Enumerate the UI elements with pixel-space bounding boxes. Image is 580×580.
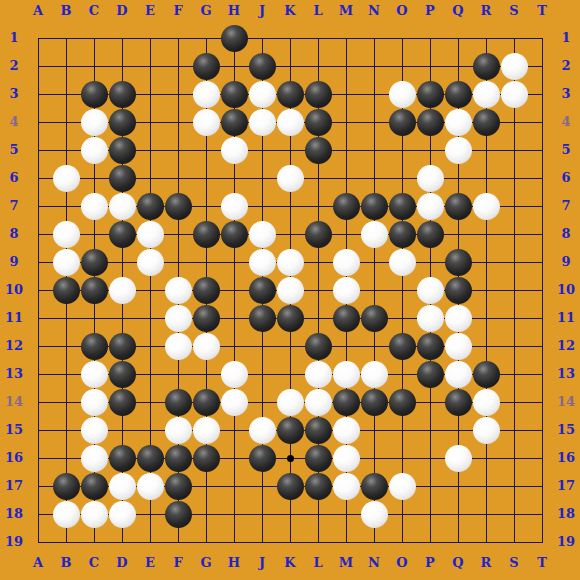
intersection[interactable] [472, 276, 500, 304]
intersection[interactable] [472, 472, 500, 500]
intersection[interactable] [164, 136, 192, 164]
intersection[interactable] [52, 332, 80, 360]
intersection[interactable] [444, 80, 472, 108]
intersection[interactable] [304, 192, 332, 220]
intersection[interactable] [136, 360, 164, 388]
intersection[interactable] [332, 52, 360, 80]
intersection[interactable] [388, 80, 416, 108]
intersection[interactable] [500, 164, 528, 192]
intersection[interactable] [24, 136, 52, 164]
intersection[interactable] [220, 248, 248, 276]
intersection[interactable] [192, 360, 220, 388]
intersection[interactable] [500, 416, 528, 444]
intersection[interactable] [192, 276, 220, 304]
intersection[interactable] [444, 220, 472, 248]
intersection[interactable] [388, 24, 416, 52]
intersection[interactable] [444, 52, 472, 80]
intersection[interactable] [80, 276, 108, 304]
intersection[interactable] [388, 528, 416, 556]
intersection[interactable] [444, 164, 472, 192]
intersection[interactable] [108, 388, 136, 416]
intersection[interactable] [388, 472, 416, 500]
intersection[interactable] [24, 388, 52, 416]
intersection[interactable] [248, 416, 276, 444]
intersection[interactable] [360, 220, 388, 248]
intersection[interactable] [500, 136, 528, 164]
intersection[interactable] [220, 360, 248, 388]
intersection[interactable] [108, 304, 136, 332]
intersection[interactable] [332, 416, 360, 444]
intersection[interactable] [276, 304, 304, 332]
intersection[interactable] [416, 416, 444, 444]
intersection[interactable] [276, 332, 304, 360]
intersection[interactable] [24, 248, 52, 276]
intersection[interactable] [80, 220, 108, 248]
intersection[interactable] [192, 220, 220, 248]
intersection[interactable] [528, 192, 556, 220]
intersection[interactable] [220, 528, 248, 556]
intersection[interactable] [24, 444, 52, 472]
intersection[interactable] [80, 248, 108, 276]
intersection[interactable] [388, 136, 416, 164]
intersection[interactable] [220, 52, 248, 80]
intersection[interactable] [164, 444, 192, 472]
intersection[interactable] [500, 332, 528, 360]
intersection[interactable] [360, 444, 388, 472]
intersection[interactable] [80, 444, 108, 472]
intersection[interactable] [248, 24, 276, 52]
intersection[interactable] [164, 52, 192, 80]
intersection[interactable] [136, 220, 164, 248]
intersection[interactable] [276, 80, 304, 108]
intersection[interactable] [136, 52, 164, 80]
intersection[interactable] [388, 332, 416, 360]
intersection[interactable] [80, 52, 108, 80]
intersection[interactable] [136, 416, 164, 444]
intersection[interactable] [360, 332, 388, 360]
intersection[interactable] [444, 276, 472, 304]
intersection[interactable] [500, 500, 528, 528]
intersection[interactable] [500, 388, 528, 416]
intersection[interactable] [304, 444, 332, 472]
intersection[interactable] [528, 80, 556, 108]
intersection[interactable] [444, 248, 472, 276]
intersection[interactable] [220, 24, 248, 52]
intersection[interactable] [24, 360, 52, 388]
intersection[interactable] [248, 444, 276, 472]
intersection[interactable] [80, 24, 108, 52]
intersection[interactable] [360, 304, 388, 332]
intersection[interactable] [360, 276, 388, 304]
intersection[interactable] [388, 248, 416, 276]
intersection[interactable] [332, 276, 360, 304]
intersection[interactable] [528, 472, 556, 500]
intersection[interactable] [24, 332, 52, 360]
intersection[interactable] [332, 108, 360, 136]
intersection[interactable] [528, 528, 556, 556]
intersection[interactable] [500, 24, 528, 52]
intersection[interactable] [444, 108, 472, 136]
intersection[interactable] [136, 164, 164, 192]
intersection[interactable] [136, 332, 164, 360]
intersection[interactable] [192, 332, 220, 360]
intersection[interactable] [304, 304, 332, 332]
intersection[interactable] [248, 192, 276, 220]
intersection[interactable] [528, 164, 556, 192]
intersection[interactable] [136, 472, 164, 500]
intersection[interactable] [52, 444, 80, 472]
intersection[interactable] [360, 416, 388, 444]
intersection[interactable] [500, 276, 528, 304]
intersection[interactable] [192, 528, 220, 556]
intersection[interactable] [248, 332, 276, 360]
intersection[interactable] [304, 528, 332, 556]
intersection[interactable] [164, 388, 192, 416]
intersection[interactable] [52, 248, 80, 276]
intersection[interactable] [52, 164, 80, 192]
intersection[interactable] [332, 472, 360, 500]
intersection[interactable] [80, 136, 108, 164]
intersection[interactable] [220, 220, 248, 248]
intersection[interactable] [360, 472, 388, 500]
intersection[interactable] [416, 52, 444, 80]
intersection[interactable] [472, 528, 500, 556]
intersection[interactable] [108, 220, 136, 248]
intersection[interactable] [24, 52, 52, 80]
intersection[interactable] [164, 80, 192, 108]
intersection[interactable] [500, 472, 528, 500]
intersection[interactable] [52, 276, 80, 304]
intersection[interactable] [528, 136, 556, 164]
intersection[interactable] [220, 444, 248, 472]
intersection[interactable] [332, 24, 360, 52]
intersection[interactable] [164, 416, 192, 444]
intersection[interactable] [52, 108, 80, 136]
intersection[interactable] [500, 304, 528, 332]
intersection[interactable] [136, 500, 164, 528]
intersection[interactable] [444, 416, 472, 444]
intersection[interactable] [276, 164, 304, 192]
intersection[interactable] [472, 136, 500, 164]
intersection[interactable] [52, 388, 80, 416]
intersection[interactable] [276, 388, 304, 416]
intersection[interactable] [276, 108, 304, 136]
intersection[interactable] [472, 416, 500, 444]
intersection[interactable] [472, 500, 500, 528]
intersection[interactable] [24, 108, 52, 136]
intersection[interactable] [332, 444, 360, 472]
intersection[interactable] [52, 192, 80, 220]
intersection[interactable] [276, 248, 304, 276]
intersection[interactable] [360, 388, 388, 416]
intersection[interactable] [276, 24, 304, 52]
intersection[interactable] [444, 192, 472, 220]
intersection[interactable] [248, 80, 276, 108]
intersection[interactable] [388, 388, 416, 416]
intersection[interactable] [192, 304, 220, 332]
intersection[interactable] [500, 108, 528, 136]
intersection[interactable] [52, 136, 80, 164]
intersection[interactable] [220, 472, 248, 500]
intersection[interactable] [24, 220, 52, 248]
intersection[interactable] [332, 164, 360, 192]
intersection[interactable] [472, 248, 500, 276]
intersection[interactable] [304, 416, 332, 444]
intersection[interactable] [360, 24, 388, 52]
intersection[interactable] [108, 108, 136, 136]
intersection[interactable] [528, 248, 556, 276]
intersection[interactable] [220, 416, 248, 444]
intersection[interactable] [416, 332, 444, 360]
intersection[interactable] [360, 164, 388, 192]
intersection[interactable] [444, 472, 472, 500]
intersection[interactable] [528, 360, 556, 388]
intersection[interactable] [444, 332, 472, 360]
intersection[interactable] [108, 164, 136, 192]
intersection[interactable] [360, 248, 388, 276]
intersection[interactable] [304, 80, 332, 108]
intersection[interactable] [164, 192, 192, 220]
intersection[interactable] [192, 108, 220, 136]
intersection[interactable] [472, 388, 500, 416]
intersection[interactable] [276, 416, 304, 444]
intersection[interactable] [164, 108, 192, 136]
intersection[interactable] [220, 80, 248, 108]
intersection[interactable] [192, 80, 220, 108]
intersection[interactable] [192, 164, 220, 192]
intersection[interactable] [444, 500, 472, 528]
intersection[interactable] [164, 24, 192, 52]
intersection[interactable] [472, 164, 500, 192]
intersection[interactable] [164, 500, 192, 528]
intersection[interactable] [108, 80, 136, 108]
intersection[interactable] [80, 108, 108, 136]
intersection[interactable] [416, 220, 444, 248]
intersection[interactable] [304, 52, 332, 80]
intersection[interactable] [192, 136, 220, 164]
intersection[interactable] [220, 108, 248, 136]
intersection[interactable] [164, 332, 192, 360]
intersection[interactable] [528, 388, 556, 416]
intersection[interactable] [332, 136, 360, 164]
intersection[interactable] [220, 192, 248, 220]
intersection[interactable] [500, 248, 528, 276]
intersection[interactable] [24, 276, 52, 304]
intersection[interactable] [136, 24, 164, 52]
intersection[interactable] [220, 332, 248, 360]
intersection[interactable] [500, 360, 528, 388]
intersection[interactable] [416, 360, 444, 388]
intersection[interactable] [108, 192, 136, 220]
intersection[interactable] [388, 416, 416, 444]
intersection[interactable] [388, 304, 416, 332]
intersection[interactable] [472, 80, 500, 108]
intersection[interactable] [304, 388, 332, 416]
intersection[interactable] [136, 136, 164, 164]
intersection[interactable] [24, 24, 52, 52]
intersection[interactable] [220, 500, 248, 528]
intersection[interactable] [192, 388, 220, 416]
intersection[interactable] [108, 24, 136, 52]
intersection[interactable] [136, 304, 164, 332]
intersection[interactable] [164, 528, 192, 556]
intersection[interactable] [80, 528, 108, 556]
intersection[interactable] [24, 192, 52, 220]
intersection[interactable] [248, 388, 276, 416]
intersection[interactable] [444, 388, 472, 416]
intersection[interactable] [360, 80, 388, 108]
intersection[interactable] [528, 444, 556, 472]
intersection[interactable] [108, 276, 136, 304]
intersection[interactable] [220, 164, 248, 192]
intersection[interactable] [136, 528, 164, 556]
intersection[interactable] [248, 108, 276, 136]
intersection[interactable] [136, 276, 164, 304]
intersection[interactable] [24, 528, 52, 556]
intersection[interactable] [52, 80, 80, 108]
intersection[interactable] [248, 472, 276, 500]
intersection[interactable] [52, 416, 80, 444]
intersection[interactable] [52, 360, 80, 388]
intersection[interactable] [80, 80, 108, 108]
intersection[interactable] [472, 220, 500, 248]
intersection[interactable] [24, 472, 52, 500]
intersection[interactable] [500, 52, 528, 80]
intersection[interactable] [164, 248, 192, 276]
intersection[interactable] [388, 500, 416, 528]
intersection[interactable] [24, 164, 52, 192]
intersection[interactable] [80, 192, 108, 220]
intersection[interactable] [360, 500, 388, 528]
intersection[interactable] [304, 472, 332, 500]
intersection[interactable] [472, 52, 500, 80]
intersection[interactable] [332, 220, 360, 248]
intersection[interactable] [416, 528, 444, 556]
intersection[interactable] [248, 360, 276, 388]
intersection[interactable] [472, 192, 500, 220]
intersection[interactable] [388, 192, 416, 220]
intersection[interactable] [108, 360, 136, 388]
intersection[interactable] [52, 24, 80, 52]
intersection[interactable] [108, 332, 136, 360]
intersection[interactable] [108, 444, 136, 472]
intersection[interactable] [80, 416, 108, 444]
intersection[interactable] [416, 500, 444, 528]
intersection[interactable] [472, 360, 500, 388]
intersection[interactable] [80, 472, 108, 500]
intersection[interactable] [192, 416, 220, 444]
intersection[interactable] [248, 52, 276, 80]
intersection[interactable] [248, 500, 276, 528]
intersection[interactable] [528, 332, 556, 360]
intersection[interactable] [416, 276, 444, 304]
intersection[interactable] [192, 192, 220, 220]
intersection[interactable] [528, 108, 556, 136]
intersection[interactable] [52, 304, 80, 332]
intersection[interactable] [164, 472, 192, 500]
intersection[interactable] [388, 220, 416, 248]
intersection[interactable] [360, 108, 388, 136]
intersection[interactable] [332, 80, 360, 108]
intersection[interactable] [80, 388, 108, 416]
intersection[interactable] [108, 472, 136, 500]
intersection[interactable] [136, 192, 164, 220]
intersection[interactable] [80, 360, 108, 388]
intersection[interactable] [304, 164, 332, 192]
intersection[interactable] [500, 444, 528, 472]
intersection[interactable] [500, 192, 528, 220]
intersection[interactable] [108, 416, 136, 444]
intersection[interactable] [304, 276, 332, 304]
intersection[interactable] [528, 52, 556, 80]
intersection[interactable] [52, 472, 80, 500]
intersection[interactable] [416, 80, 444, 108]
intersection[interactable] [416, 304, 444, 332]
intersection[interactable] [388, 276, 416, 304]
intersection[interactable] [416, 24, 444, 52]
intersection[interactable] [108, 136, 136, 164]
intersection[interactable] [276, 472, 304, 500]
intersection[interactable] [388, 52, 416, 80]
intersection[interactable] [472, 332, 500, 360]
intersection[interactable] [276, 444, 304, 472]
intersection[interactable] [220, 276, 248, 304]
intersection[interactable] [136, 248, 164, 276]
intersection[interactable] [332, 388, 360, 416]
intersection[interactable] [276, 500, 304, 528]
intersection[interactable] [304, 360, 332, 388]
intersection[interactable] [304, 332, 332, 360]
intersection[interactable] [444, 528, 472, 556]
intersection[interactable] [416, 248, 444, 276]
intersection[interactable] [248, 164, 276, 192]
intersection[interactable] [304, 136, 332, 164]
intersection[interactable] [332, 248, 360, 276]
intersection[interactable] [192, 248, 220, 276]
intersection[interactable] [304, 24, 332, 52]
intersection[interactable] [388, 108, 416, 136]
intersection[interactable] [416, 472, 444, 500]
intersection[interactable] [108, 52, 136, 80]
intersection[interactable] [24, 304, 52, 332]
intersection[interactable] [500, 220, 528, 248]
intersection[interactable] [248, 276, 276, 304]
intersection[interactable] [416, 388, 444, 416]
intersection[interactable] [444, 360, 472, 388]
intersection[interactable] [444, 24, 472, 52]
intersection[interactable] [192, 472, 220, 500]
intersection[interactable] [472, 304, 500, 332]
intersection[interactable] [472, 444, 500, 472]
intersection[interactable] [332, 500, 360, 528]
intersection[interactable] [528, 220, 556, 248]
intersection[interactable] [472, 24, 500, 52]
intersection[interactable] [52, 528, 80, 556]
intersection[interactable] [136, 444, 164, 472]
intersection[interactable] [360, 360, 388, 388]
intersection[interactable] [192, 52, 220, 80]
intersection[interactable] [416, 444, 444, 472]
intersection[interactable] [388, 360, 416, 388]
intersection[interactable] [24, 80, 52, 108]
intersection[interactable] [80, 500, 108, 528]
intersection[interactable] [444, 136, 472, 164]
intersection[interactable] [444, 444, 472, 472]
intersection[interactable] [80, 304, 108, 332]
intersection[interactable] [276, 136, 304, 164]
intersection[interactable] [360, 136, 388, 164]
intersection[interactable] [80, 332, 108, 360]
